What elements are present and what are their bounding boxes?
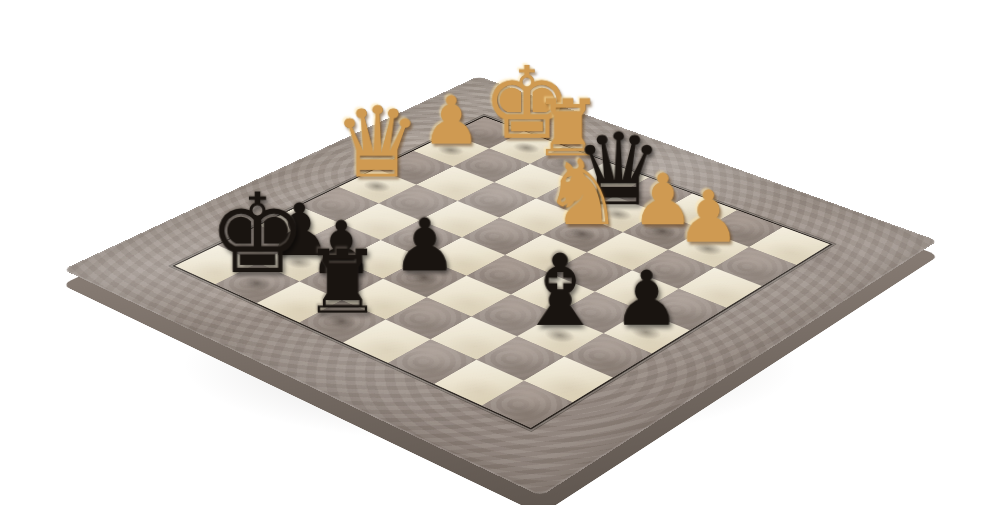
piece-white-queen-a4[interactable]: ♛ (334, 94, 422, 192)
square-h5[interactable]: ♟ (604, 311, 690, 354)
piece-black-pawn-d6[interactable]: ♟ (392, 208, 458, 281)
square-b8[interactable]: ♚ (215, 263, 299, 303)
piece-white-pawn-a2[interactable]: ♟ (422, 87, 482, 154)
piece-white-knight-e3[interactable]: ♞ (542, 148, 623, 239)
piece-black-king-b8[interactable]: ♚ (208, 179, 307, 289)
piece-black-rook-d8[interactable]: ♜ (303, 238, 382, 326)
piece-black-pawn-h5[interactable]: ♟ (613, 260, 681, 336)
chess-photo-scene: ♚♜♟♛♟♟♞♛♟♟♝♟♟♚♜ (0, 0, 1000, 505)
piece-white-pawn-g2[interactable]: ♟ (676, 181, 740, 253)
piece-black-bishop-g6[interactable]: ♝ (516, 241, 605, 340)
square-d8[interactable]: ♜ (299, 300, 385, 342)
